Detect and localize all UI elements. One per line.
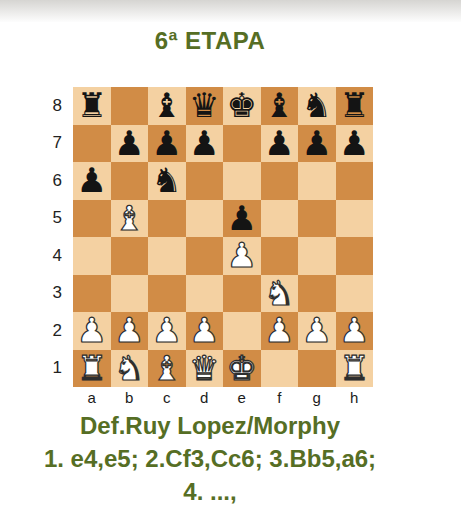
- piece-white-pawn: ♟: [339, 312, 369, 349]
- square-a1: ♜: [73, 350, 111, 388]
- piece-black-knight: ♞: [152, 162, 182, 199]
- square-d5: [186, 200, 224, 238]
- piece-white-bishop: ♝: [152, 350, 182, 387]
- square-f7: ♟: [261, 125, 299, 163]
- piece-white-pawn: ♟: [227, 237, 257, 274]
- square-a7: [73, 125, 111, 163]
- square-g1: [298, 350, 336, 388]
- square-d4: [186, 237, 224, 275]
- rank-label-3: 3: [44, 275, 68, 313]
- square-f8: ♝: [261, 87, 299, 125]
- piece-white-pawn: ♟: [114, 312, 144, 349]
- square-a4: [73, 237, 111, 275]
- square-b4: [111, 237, 149, 275]
- rank-label-1: 1: [44, 350, 68, 388]
- square-c6: ♞: [148, 162, 186, 200]
- piece-black-pawn: ♟: [77, 162, 107, 199]
- piece-black-pawn: ♟: [227, 200, 257, 237]
- square-f5: [261, 200, 299, 238]
- caption-move-list: 1. e4,e5; 2.Cf3,Cc6; 3.Bb5,a6;: [0, 442, 420, 475]
- piece-black-pawn: ♟: [152, 125, 182, 162]
- piece-black-pawn: ♟: [189, 125, 219, 162]
- square-c1: ♝: [148, 350, 186, 388]
- piece-white-pawn: ♟: [152, 312, 182, 349]
- piece-white-knight: ♞: [264, 275, 294, 312]
- square-h7: ♟: [336, 125, 374, 163]
- caption-opening-name: Def.Ruy Lopez/Morphy: [0, 409, 420, 442]
- piece-white-pawn: ♟: [189, 312, 219, 349]
- page-title: 6ª ETAPA: [0, 27, 420, 55]
- piece-white-bishop: ♝: [114, 200, 144, 237]
- rank-label-2: 2: [44, 312, 68, 350]
- square-e7: [223, 125, 261, 163]
- square-g8: ♞: [298, 87, 336, 125]
- file-label-g: g: [298, 388, 336, 406]
- file-label-d: d: [186, 388, 224, 406]
- square-g6: [298, 162, 336, 200]
- square-d7: ♟: [186, 125, 224, 163]
- page: 6ª ETAPA 87654321 ♜♝♛♚♝♞♜♟♟♟♟♟♟♟♞♝♟♟♞♟♟♟…: [0, 0, 461, 524]
- square-b1: ♞: [111, 350, 149, 388]
- square-g2: ♟: [298, 312, 336, 350]
- square-f1: [261, 350, 299, 388]
- square-a8: ♜: [73, 87, 111, 125]
- piece-black-pawn: ♟: [339, 125, 369, 162]
- file-label-a: a: [73, 388, 111, 406]
- piece-white-knight: ♞: [114, 350, 144, 387]
- piece-black-rook: ♜: [339, 87, 369, 124]
- square-d3: [186, 275, 224, 313]
- square-b6: [111, 162, 149, 200]
- square-b7: ♟: [111, 125, 149, 163]
- square-e1: ♚: [223, 350, 261, 388]
- square-e8: ♚: [223, 87, 261, 125]
- square-h5: [336, 200, 374, 238]
- square-b8: [111, 87, 149, 125]
- square-b2: ♟: [111, 312, 149, 350]
- rank-label-4: 4: [44, 237, 68, 275]
- square-e6: [223, 162, 261, 200]
- piece-black-pawn: ♟: [114, 125, 144, 162]
- piece-white-rook: ♜: [77, 350, 107, 387]
- caption: Def.Ruy Lopez/Morphy 1. e4,e5; 2.Cf3,Cc6…: [0, 409, 420, 508]
- rank-label-8: 8: [44, 87, 68, 125]
- square-e5: ♟: [223, 200, 261, 238]
- piece-white-queen: ♛: [189, 350, 219, 387]
- file-label-h: h: [336, 388, 374, 406]
- square-g4: [298, 237, 336, 275]
- piece-black-pawn: ♟: [302, 125, 332, 162]
- square-a3: [73, 275, 111, 313]
- top-gradient-bar: [0, 0, 461, 22]
- file-labels: abcdefgh: [73, 388, 373, 406]
- square-h1: ♜: [336, 350, 374, 388]
- square-e4: ♟: [223, 237, 261, 275]
- piece-black-pawn: ♟: [264, 125, 294, 162]
- rank-label-5: 5: [44, 200, 68, 238]
- square-d8: ♛: [186, 87, 224, 125]
- square-f6: [261, 162, 299, 200]
- file-label-c: c: [148, 388, 186, 406]
- square-f4: [261, 237, 299, 275]
- square-a6: ♟: [73, 162, 111, 200]
- piece-white-rook: ♜: [339, 350, 369, 387]
- file-label-f: f: [261, 388, 299, 406]
- piece-black-king: ♚: [227, 87, 257, 124]
- piece-white-pawn: ♟: [264, 312, 294, 349]
- piece-black-rook: ♜: [77, 87, 107, 124]
- square-h3: [336, 275, 374, 313]
- square-h2: ♟: [336, 312, 374, 350]
- piece-black-queen: ♛: [189, 87, 219, 124]
- rank-label-7: 7: [44, 125, 68, 163]
- board: ♜♝♛♚♝♞♜♟♟♟♟♟♟♟♞♝♟♟♞♟♟♟♟♟♟♟♜♞♝♛♚♜: [73, 87, 373, 387]
- piece-black-bishop: ♝: [264, 87, 294, 124]
- square-e3: [223, 275, 261, 313]
- square-c3: [148, 275, 186, 313]
- file-label-e: e: [223, 388, 261, 406]
- piece-white-pawn: ♟: [302, 312, 332, 349]
- square-d1: ♛: [186, 350, 224, 388]
- rank-labels: 87654321: [44, 87, 68, 387]
- square-c4: [148, 237, 186, 275]
- square-h4: [336, 237, 374, 275]
- square-f3: ♞: [261, 275, 299, 313]
- piece-white-king: ♚: [227, 350, 257, 387]
- piece-white-pawn: ♟: [77, 312, 107, 349]
- square-c8: ♝: [148, 87, 186, 125]
- square-d6: [186, 162, 224, 200]
- square-g7: ♟: [298, 125, 336, 163]
- square-g5: [298, 200, 336, 238]
- square-f2: ♟: [261, 312, 299, 350]
- square-c2: ♟: [148, 312, 186, 350]
- caption-next-move: 4. ...,: [0, 475, 420, 508]
- square-a5: [73, 200, 111, 238]
- square-c5: [148, 200, 186, 238]
- square-e2: [223, 312, 261, 350]
- square-h6: [336, 162, 374, 200]
- square-c7: ♟: [148, 125, 186, 163]
- square-h8: ♜: [336, 87, 374, 125]
- square-b3: [111, 275, 149, 313]
- piece-black-knight: ♞: [302, 87, 332, 124]
- piece-black-bishop: ♝: [152, 87, 182, 124]
- square-g3: [298, 275, 336, 313]
- file-label-b: b: [111, 388, 149, 406]
- rank-label-6: 6: [44, 162, 68, 200]
- square-d2: ♟: [186, 312, 224, 350]
- square-a2: ♟: [73, 312, 111, 350]
- square-b5: ♝: [111, 200, 149, 238]
